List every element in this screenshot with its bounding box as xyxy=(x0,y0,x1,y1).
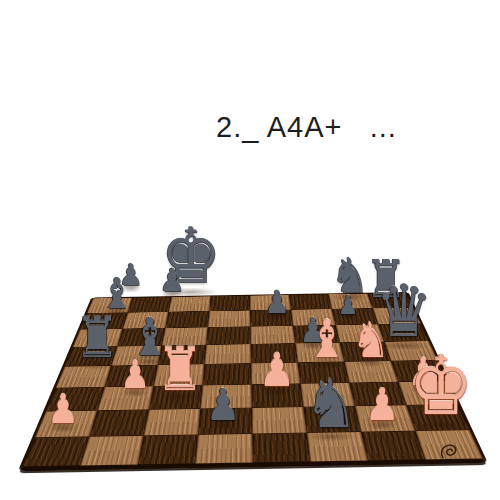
square-c1[interactable] xyxy=(138,435,198,465)
square-c2[interactable] xyxy=(144,409,201,436)
square-b1[interactable] xyxy=(80,436,143,466)
square-d1[interactable] xyxy=(195,434,253,464)
square-e1[interactable] xyxy=(252,433,310,463)
piece-black-pawn-b7[interactable]: ♟ xyxy=(159,264,184,296)
piece-black-pawn-e6[interactable]: ♟ xyxy=(264,286,289,318)
square-d5[interactable] xyxy=(204,344,251,364)
square-e2[interactable] xyxy=(252,407,307,434)
piece-white-bishop-f4[interactable]: ♝ xyxy=(306,313,347,365)
piece-black-rook-a5[interactable]: ♜ xyxy=(75,310,119,366)
cartoon-canvas: 2._ A4A+ ... ♝♟♟♚♜♝♟♟♞♜♛♟♞♟♜♟♟♝♟♞♟♟♚ xyxy=(0,0,500,500)
square-d7[interactable] xyxy=(208,310,251,327)
piece-white-rook-c3[interactable]: ♜ xyxy=(156,339,203,399)
piece-white-pawn-e3[interactable]: ♟ xyxy=(259,347,295,393)
square-b2[interactable] xyxy=(89,410,149,437)
piece-white-pawn-g2[interactable]: ♟ xyxy=(365,383,400,427)
square-g1[interactable] xyxy=(361,431,425,461)
square-f8[interactable] xyxy=(289,294,332,309)
square-e6[interactable] xyxy=(250,326,295,344)
piece-white-knight-g4[interactable]: ♞ xyxy=(352,316,390,364)
piece-black-pawn-d2[interactable]: ♟ xyxy=(206,383,241,427)
piece-black-knight-f2[interactable]: ♞ xyxy=(304,370,358,438)
piece-white-pawn-b3[interactable]: ♟ xyxy=(120,356,150,394)
square-a1[interactable] xyxy=(23,437,90,467)
square-d6[interactable] xyxy=(206,326,251,344)
move-notation-caption: 2._ A4A+ ... xyxy=(216,112,397,144)
square-c7[interactable] xyxy=(165,311,209,328)
piece-white-pawn-a2[interactable]: ♟ xyxy=(47,389,79,429)
piece-white-king-h2[interactable]: ♚ xyxy=(409,345,474,427)
